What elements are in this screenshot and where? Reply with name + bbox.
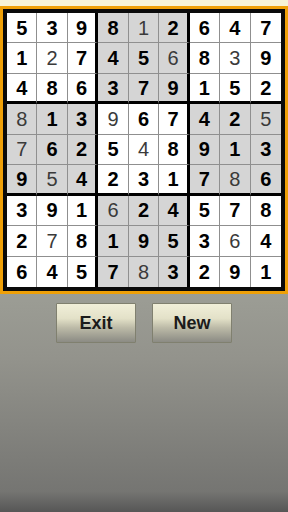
cell-r9c5[interactable]: 8 (129, 257, 159, 287)
cell-r2c2[interactable]: 2 (37, 43, 67, 73)
cell-r5c3[interactable]: 2 (68, 135, 98, 165)
cell-r7c2[interactable]: 9 (37, 196, 67, 226)
cell-r4c3[interactable]: 3 (68, 104, 98, 134)
cell-r1c2[interactable]: 3 (37, 13, 67, 43)
cell-r4c7[interactable]: 4 (190, 104, 220, 134)
cell-r9c9[interactable]: 1 (251, 257, 281, 287)
cell-r3c1[interactable]: 4 (7, 74, 37, 104)
cell-r9c1[interactable]: 6 (7, 257, 37, 287)
cell-r8c4[interactable]: 1 (98, 226, 128, 256)
cell-r7c4[interactable]: 6 (98, 196, 128, 226)
cell-r9c8[interactable]: 9 (220, 257, 250, 287)
new-button[interactable]: New (152, 303, 232, 343)
cell-r4c9[interactable]: 5 (251, 104, 281, 134)
cell-r4c5[interactable]: 6 (129, 104, 159, 134)
cell-r4c8[interactable]: 2 (220, 104, 250, 134)
cell-r3c5[interactable]: 7 (129, 74, 159, 104)
cell-r7c8[interactable]: 7 (220, 196, 250, 226)
cell-r6c1[interactable]: 9 (7, 165, 37, 195)
cell-r3c7[interactable]: 1 (190, 74, 220, 104)
cell-r3c3[interactable]: 6 (68, 74, 98, 104)
cell-r7c1[interactable]: 3 (7, 196, 37, 226)
cell-r1c4[interactable]: 8 (98, 13, 128, 43)
cell-r5c2[interactable]: 6 (37, 135, 67, 165)
cell-r2c6[interactable]: 6 (159, 43, 189, 73)
cell-r2c1[interactable]: 1 (7, 43, 37, 73)
sudoku-grid: 5398126471274568394863791528139674257625… (7, 13, 281, 287)
cell-r6c6[interactable]: 1 (159, 165, 189, 195)
cell-r9c4[interactable]: 7 (98, 257, 128, 287)
cell-r8c3[interactable]: 8 (68, 226, 98, 256)
cell-r4c2[interactable]: 1 (37, 104, 67, 134)
cell-r5c5[interactable]: 4 (129, 135, 159, 165)
cell-r8c9[interactable]: 4 (251, 226, 281, 256)
cell-r1c8[interactable]: 4 (220, 13, 250, 43)
cell-r1c6[interactable]: 2 (159, 13, 189, 43)
cell-r2c3[interactable]: 7 (68, 43, 98, 73)
cell-r6c2[interactable]: 5 (37, 165, 67, 195)
cell-r3c9[interactable]: 2 (251, 74, 281, 104)
cell-r1c5[interactable]: 1 (129, 13, 159, 43)
cell-r5c9[interactable]: 3 (251, 135, 281, 165)
cell-r5c8[interactable]: 1 (220, 135, 250, 165)
cell-r3c2[interactable]: 8 (37, 74, 67, 104)
cell-r4c1[interactable]: 8 (7, 104, 37, 134)
cell-r6c5[interactable]: 3 (129, 165, 159, 195)
buttons-row: Exit New (0, 303, 288, 343)
cell-r8c2[interactable]: 7 (37, 226, 67, 256)
cell-r3c8[interactable]: 5 (220, 74, 250, 104)
cell-r7c3[interactable]: 1 (68, 196, 98, 226)
cell-r4c4[interactable]: 9 (98, 104, 128, 134)
cell-r4c6[interactable]: 7 (159, 104, 189, 134)
cell-r2c4[interactable]: 4 (98, 43, 128, 73)
cell-r2c9[interactable]: 9 (251, 43, 281, 73)
cell-r9c7[interactable]: 2 (190, 257, 220, 287)
sudoku-board: 5398126471274568394863791528139674257625… (0, 6, 288, 294)
cell-r6c7[interactable]: 7 (190, 165, 220, 195)
cell-r6c4[interactable]: 2 (98, 165, 128, 195)
cell-r8c7[interactable]: 3 (190, 226, 220, 256)
exit-button[interactable]: Exit (56, 303, 136, 343)
cell-r5c4[interactable]: 5 (98, 135, 128, 165)
cell-r6c3[interactable]: 4 (68, 165, 98, 195)
board-border: 5398126471274568394863791528139674257625… (3, 9, 285, 291)
cell-r9c2[interactable]: 4 (37, 257, 67, 287)
cell-r7c6[interactable]: 4 (159, 196, 189, 226)
cell-r3c6[interactable]: 9 (159, 74, 189, 104)
cell-r1c1[interactable]: 5 (7, 13, 37, 43)
cell-r7c9[interactable]: 8 (251, 196, 281, 226)
cell-r8c1[interactable]: 2 (7, 226, 37, 256)
cell-r8c5[interactable]: 9 (129, 226, 159, 256)
cell-r2c7[interactable]: 8 (190, 43, 220, 73)
cell-r8c6[interactable]: 5 (159, 226, 189, 256)
cell-r2c5[interactable]: 5 (129, 43, 159, 73)
cell-r9c6[interactable]: 3 (159, 257, 189, 287)
cell-r2c8[interactable]: 3 (220, 43, 250, 73)
cell-r7c5[interactable]: 2 (129, 196, 159, 226)
cell-r6c9[interactable]: 6 (251, 165, 281, 195)
cell-r9c3[interactable]: 5 (68, 257, 98, 287)
cell-r1c3[interactable]: 9 (68, 13, 98, 43)
cell-r5c7[interactable]: 9 (190, 135, 220, 165)
cell-r8c8[interactable]: 6 (220, 226, 250, 256)
cell-r5c6[interactable]: 8 (159, 135, 189, 165)
cell-r3c4[interactable]: 3 (98, 74, 128, 104)
cell-r6c8[interactable]: 8 (220, 165, 250, 195)
cell-r1c7[interactable]: 6 (190, 13, 220, 43)
cell-r5c1[interactable]: 7 (7, 135, 37, 165)
cell-r1c9[interactable]: 7 (251, 13, 281, 43)
cell-r7c7[interactable]: 5 (190, 196, 220, 226)
app-screen: 5398126471274568394863791528139674257625… (0, 0, 288, 512)
